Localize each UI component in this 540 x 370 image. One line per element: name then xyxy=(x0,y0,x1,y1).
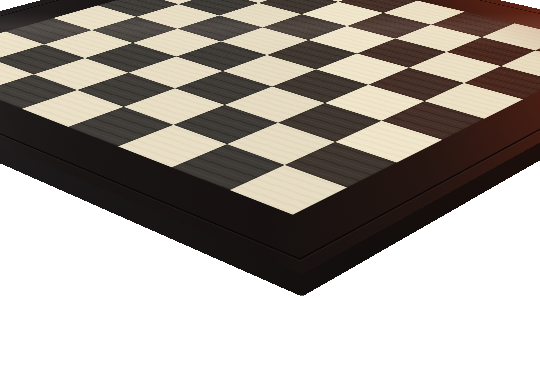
chessboard-product-photo xyxy=(0,0,540,370)
chess-board xyxy=(0,0,540,274)
board-3d-space xyxy=(0,0,540,370)
